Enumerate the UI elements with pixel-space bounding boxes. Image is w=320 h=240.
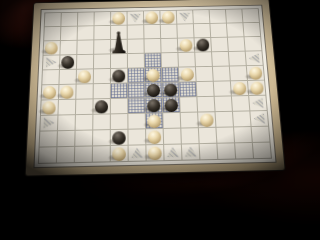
cell-j2: [194, 24, 210, 38]
edge-mark-triangle: [247, 52, 261, 64]
cell-j5: [196, 67, 213, 81]
cell-a5: [42, 70, 59, 84]
cell-f4: [128, 54, 144, 68]
black-ball-piece: [112, 131, 126, 145]
white-ball-piece: [162, 11, 175, 24]
cell-m5: [247, 66, 264, 80]
cell-m6: [248, 81, 265, 95]
edge-mark-triangle: [130, 147, 144, 160]
cell-c1: [78, 12, 94, 25]
edge-mark-triangle: [183, 145, 198, 158]
cell-j9: [199, 128, 216, 143]
cell-l5: [230, 66, 247, 80]
cell-i2: [177, 24, 193, 38]
cell-a2: [44, 27, 60, 41]
cell-b8: [58, 115, 75, 130]
cell-b3: [60, 41, 76, 55]
cell-c2: [78, 26, 94, 40]
board-frame: [25, 0, 286, 177]
white-ball-piece: [145, 11, 158, 24]
cell-l6: [231, 81, 248, 95]
cell-d1: [95, 12, 111, 25]
white-ball-piece: [148, 130, 162, 144]
cell-e8: [111, 114, 128, 129]
white-ball-piece: [112, 12, 125, 25]
white-ball-piece: [148, 146, 162, 160]
cell-l9: [234, 127, 252, 142]
cell-j8: [198, 112, 215, 127]
cell-b1: [61, 13, 77, 26]
cell-g2: [144, 25, 160, 39]
cell-d6: [94, 84, 110, 99]
cell-f10: [129, 145, 146, 161]
cell-l7: [232, 96, 249, 111]
cell-k3: [211, 38, 228, 52]
edge-mark-triangle: [44, 57, 58, 69]
white-ball-piece: [181, 68, 194, 81]
cell-j1: [193, 10, 209, 23]
cell-i6: [180, 82, 197, 97]
cell-b7: [58, 100, 75, 115]
cell-m4: [246, 51, 263, 65]
cell-c10: [75, 146, 92, 162]
white-ball-piece: [45, 42, 58, 55]
cell-j6: [197, 82, 214, 96]
cell-f6: [128, 83, 144, 98]
edge-mark-triangle: [42, 117, 56, 130]
cell-a1: [45, 13, 61, 26]
cell-c6: [76, 84, 92, 99]
cell-i5: [179, 67, 196, 81]
cell-d9: [93, 130, 110, 145]
black-ball-piece: [112, 69, 125, 82]
cell-k5: [213, 66, 230, 80]
cell-e10: [111, 146, 128, 162]
cell-h7: [163, 98, 180, 113]
white-ball-piece: [146, 69, 159, 82]
cell-c4: [77, 55, 93, 69]
board-inner-mat: [33, 5, 276, 169]
cell-a4: [43, 55, 59, 69]
cell-l1: [226, 9, 242, 22]
black-ball-piece: [147, 99, 161, 113]
cell-f9: [128, 129, 145, 144]
edge-mark-triangle: [251, 97, 266, 109]
black-ball-piece: [95, 100, 109, 114]
cell-c3: [77, 40, 93, 54]
board-3d-tilt: [25, 0, 288, 177]
cell-g9: [146, 129, 163, 144]
cell-f7: [128, 98, 145, 113]
cell-b9: [57, 131, 74, 146]
board-grid: [38, 8, 272, 164]
cell-i8: [181, 113, 198, 128]
cell-a10: [39, 147, 56, 163]
cell-f8: [128, 114, 145, 129]
cell-h9: [164, 129, 181, 144]
cell-e3: [111, 40, 127, 54]
cell-m9: [252, 127, 270, 142]
cell-h6: [162, 82, 179, 97]
edge-mark-triangle: [178, 11, 192, 22]
cell-k7: [215, 96, 232, 111]
cell-j3: [195, 38, 211, 52]
cell-f1: [128, 11, 144, 24]
cell-l8: [233, 111, 251, 126]
cell-l2: [227, 23, 244, 37]
cell-e7: [111, 99, 127, 114]
cell-a7: [41, 100, 58, 115]
cell-b4: [60, 55, 76, 69]
cell-d4: [94, 54, 110, 68]
cell-i10: [182, 144, 199, 160]
white-ball-piece: [78, 70, 91, 83]
cell-d3: [94, 40, 110, 54]
cell-a8: [40, 116, 57, 131]
cell-h8: [163, 113, 180, 128]
cell-e6: [111, 83, 127, 98]
cell-e9: [111, 130, 128, 145]
cell-i7: [180, 97, 197, 112]
black-ball-piece: [164, 83, 177, 96]
edge-mark-triangle: [129, 12, 142, 23]
edge-mark-triangle: [252, 112, 267, 125]
black-ball-piece: [147, 84, 160, 97]
cell-k2: [210, 24, 226, 38]
cell-m1: [242, 9, 259, 22]
cell-m2: [243, 23, 260, 37]
cell-f3: [128, 39, 144, 53]
cell-j10: [200, 144, 218, 160]
black-ball-piece: [164, 99, 178, 113]
cell-g5: [145, 68, 161, 82]
cell-f5: [128, 68, 144, 82]
cell-i3: [178, 38, 194, 52]
cell-i4: [178, 53, 194, 67]
white-ball-piece: [147, 115, 161, 129]
cell-m3: [245, 37, 262, 51]
cell-g7: [146, 98, 163, 113]
white-ball-piece: [233, 82, 246, 95]
cell-g6: [145, 83, 162, 98]
cell-g4: [145, 53, 161, 67]
cell-h5: [162, 68, 179, 82]
cell-l3: [228, 37, 245, 51]
cell-k4: [212, 52, 229, 66]
cell-b2: [61, 27, 77, 41]
black-ball-piece: [61, 56, 74, 69]
cell-g8: [146, 113, 163, 128]
white-ball-piece: [42, 101, 56, 115]
cell-k9: [216, 127, 234, 142]
cell-a3: [44, 41, 60, 55]
cell-k6: [214, 81, 231, 95]
cell-b10: [57, 147, 74, 163]
black-ball-piece: [196, 39, 209, 52]
white-ball-piece: [200, 113, 214, 127]
cell-j4: [195, 52, 212, 66]
cell-m7: [249, 96, 267, 111]
cell-g1: [144, 11, 160, 24]
cell-k8: [216, 112, 233, 127]
cell-b6: [59, 85, 76, 100]
cell-c5: [77, 69, 93, 83]
cell-h1: [160, 11, 176, 24]
cell-h4: [162, 53, 178, 67]
cell-d8: [93, 114, 110, 129]
white-ball-piece: [250, 82, 263, 95]
white-ball-piece: [112, 147, 126, 161]
cell-c8: [76, 115, 93, 130]
cell-h10: [164, 145, 181, 161]
cell-m8: [250, 111, 268, 126]
cell-c9: [75, 130, 92, 145]
cell-f2: [128, 25, 144, 39]
white-ball-piece: [60, 86, 74, 100]
cell-i9: [181, 128, 198, 143]
cell-e1: [111, 12, 127, 25]
cell-d2: [94, 26, 110, 40]
cell-g3: [144, 39, 160, 53]
cell-e4: [111, 54, 127, 68]
edge-mark-triangle: [166, 146, 181, 159]
cell-g10: [146, 145, 163, 161]
cell-m10: [253, 143, 271, 159]
white-ball-piece: [180, 39, 193, 52]
cell-l10: [235, 143, 253, 159]
white-ball-piece: [249, 67, 262, 80]
cell-d7: [93, 99, 109, 114]
cell-d10: [93, 146, 110, 162]
cell-k1: [210, 10, 226, 23]
cell-d5: [94, 69, 110, 83]
board-scene: [30, 0, 282, 180]
cell-h2: [161, 25, 177, 39]
cell-h3: [161, 39, 177, 53]
cell-a9: [40, 131, 57, 146]
cell-l4: [229, 52, 246, 66]
cell-j7: [197, 97, 214, 112]
white-ball-piece: [43, 86, 57, 100]
cell-b5: [59, 70, 75, 84]
cell-i1: [177, 10, 193, 23]
cell-k10: [217, 143, 235, 159]
cell-e5: [111, 69, 127, 83]
